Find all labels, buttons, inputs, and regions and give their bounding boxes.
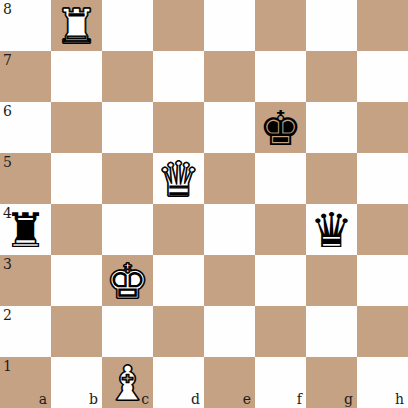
square-f5[interactable] [255,153,306,204]
piece-white-queen-d5[interactable]: ♛ [153,153,204,204]
rank-label-8: 8 [3,2,12,16]
square-b4[interactable] [51,204,102,255]
square-d3[interactable] [153,255,204,306]
square-c7[interactable] [102,51,153,102]
square-b8[interactable]: ♜ [51,0,102,51]
square-f1[interactable]: f [255,357,306,408]
square-b3[interactable] [51,255,102,306]
piece-black-king-f6[interactable]: ♚ [255,102,306,153]
square-g8[interactable] [306,0,357,51]
square-e4[interactable] [204,204,255,255]
square-c8[interactable] [102,0,153,51]
rank-label-3: 3 [3,257,12,271]
square-d6[interactable] [153,102,204,153]
square-b1[interactable]: b [51,357,102,408]
rank-label-5: 5 [3,155,12,169]
square-g2[interactable] [306,306,357,357]
square-c3[interactable]: ♚ [102,255,153,306]
piece-black-rook-a4[interactable]: ♜ [0,204,51,255]
square-a8[interactable]: 8 [0,0,51,51]
piece-white-king-c3[interactable]: ♚ [102,255,153,306]
square-a5[interactable]: 5 [0,153,51,204]
square-e6[interactable] [204,102,255,153]
square-d4[interactable] [153,204,204,255]
square-b7[interactable] [51,51,102,102]
square-g3[interactable] [306,255,357,306]
square-d5[interactable]: ♛ [153,153,204,204]
file-label-b: b [89,392,98,406]
square-a6[interactable]: 6 [0,102,51,153]
square-h5[interactable] [357,153,408,204]
square-f8[interactable] [255,0,306,51]
square-e7[interactable] [204,51,255,102]
square-a4[interactable]: 4♜ [0,204,51,255]
square-e2[interactable] [204,306,255,357]
square-h6[interactable] [357,102,408,153]
file-label-f: f [297,392,302,406]
file-label-d: d [191,392,200,406]
square-b6[interactable] [51,102,102,153]
piece-white-bishop-c1[interactable]: ♝ [102,357,153,408]
square-d2[interactable] [153,306,204,357]
square-c4[interactable] [102,204,153,255]
square-b2[interactable] [51,306,102,357]
square-a2[interactable]: 2 [0,306,51,357]
square-c1[interactable]: c♝ [102,357,153,408]
file-label-e: e [243,392,251,406]
rank-label-1: 1 [3,359,12,373]
rank-label-6: 6 [3,104,12,118]
square-h3[interactable] [357,255,408,306]
square-h8[interactable] [357,0,408,51]
square-h1[interactable]: h [357,357,408,408]
piece-black-queen-g4[interactable]: ♛ [306,204,357,255]
rank-label-2: 2 [3,308,12,322]
square-a7[interactable]: 7 [0,51,51,102]
file-label-h: h [395,392,404,406]
square-d8[interactable] [153,0,204,51]
file-label-a: a [39,392,47,406]
square-g4[interactable]: ♛ [306,204,357,255]
chess-board: 8♜76♚5♛4♜♛3♚21abc♝defgh [0,0,408,408]
square-f7[interactable] [255,51,306,102]
square-e5[interactable] [204,153,255,204]
piece-white-rook-b8[interactable]: ♜ [51,0,102,51]
square-f4[interactable] [255,204,306,255]
square-b5[interactable] [51,153,102,204]
square-a3[interactable]: 3 [0,255,51,306]
square-f6[interactable]: ♚ [255,102,306,153]
square-a1[interactable]: 1a [0,357,51,408]
square-g7[interactable] [306,51,357,102]
square-g5[interactable] [306,153,357,204]
square-h7[interactable] [357,51,408,102]
file-label-g: g [344,392,353,406]
square-g1[interactable]: g [306,357,357,408]
square-g6[interactable] [306,102,357,153]
square-e8[interactable] [204,0,255,51]
square-c6[interactable] [102,102,153,153]
square-h4[interactable] [357,204,408,255]
square-h2[interactable] [357,306,408,357]
square-c2[interactable] [102,306,153,357]
square-e3[interactable] [204,255,255,306]
square-c5[interactable] [102,153,153,204]
square-d1[interactable]: d [153,357,204,408]
square-d7[interactable] [153,51,204,102]
square-f2[interactable] [255,306,306,357]
square-f3[interactable] [255,255,306,306]
rank-label-7: 7 [3,53,12,67]
square-e1[interactable]: e [204,357,255,408]
